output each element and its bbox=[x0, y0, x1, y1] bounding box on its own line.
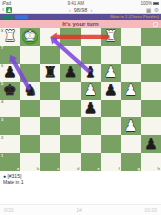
nav-bar: ‹ ♟ ‹ 98/98 › ▦ ⚙ bbox=[0, 6, 161, 14]
status-right: 100% bbox=[140, 1, 159, 6]
square-f3[interactable] bbox=[101, 117, 121, 135]
square-e4[interactable]: ♟ bbox=[81, 100, 101, 118]
rank-label-2: 2 bbox=[1, 136, 3, 140]
square-g2[interactable] bbox=[121, 135, 141, 153]
piece-white-pawn[interactable]: ♟ bbox=[84, 83, 97, 98]
file-label-f: f bbox=[118, 167, 119, 171]
square-a6[interactable]: 6♟ bbox=[0, 64, 20, 82]
puzzle-id: ● [#315] bbox=[0, 171, 161, 179]
square-f8[interactable]: ♜ bbox=[101, 28, 121, 46]
square-b2[interactable] bbox=[20, 135, 40, 153]
piece-white-pawn[interactable]: ♟ bbox=[124, 83, 137, 98]
square-b5[interactable]: ♞ bbox=[20, 82, 40, 100]
rank-label-4: 4 bbox=[1, 100, 3, 104]
square-h1[interactable]: h bbox=[141, 153, 161, 171]
timer: 00:00 bbox=[144, 207, 157, 213]
puzzle-counter: 98/98 bbox=[74, 7, 88, 13]
square-a2[interactable]: 2 bbox=[0, 135, 20, 153]
chess-board: 8♜♚♜76♟♜♟♝♟5♚♞♟♟♟4♟3♟2♟1abcdefgh bbox=[0, 28, 161, 171]
app-icon[interactable]: ♟ bbox=[6, 7, 12, 13]
square-f7[interactable] bbox=[101, 46, 121, 64]
square-h4[interactable] bbox=[141, 100, 161, 118]
square-f6[interactable]: ♟ bbox=[101, 64, 121, 82]
badge-teal[interactable] bbox=[2, 15, 13, 19]
square-g7[interactable] bbox=[121, 46, 141, 64]
square-h3[interactable] bbox=[141, 117, 161, 135]
puzzle-subtitle: Mate in 1 bbox=[0, 179, 161, 185]
square-d7[interactable] bbox=[60, 46, 80, 64]
square-b4[interactable] bbox=[20, 100, 40, 118]
bottom-status-bar: 0/20 1# 00:00 bbox=[0, 204, 161, 215]
square-h6[interactable] bbox=[141, 64, 161, 82]
file-label-c: c bbox=[57, 167, 59, 171]
piece-black-rook[interactable]: ♜ bbox=[44, 65, 57, 80]
square-a1[interactable]: 1a bbox=[0, 153, 20, 171]
file-label-a: a bbox=[17, 167, 19, 171]
square-d4[interactable] bbox=[60, 100, 80, 118]
square-e5[interactable]: ♟ bbox=[81, 82, 101, 100]
square-b1[interactable]: b bbox=[20, 153, 40, 171]
square-f2[interactable] bbox=[101, 135, 121, 153]
progress-counter: 0/20 bbox=[4, 207, 14, 213]
file-label-d: d bbox=[77, 167, 79, 171]
square-b6[interactable] bbox=[20, 64, 40, 82]
piece-black-pawn[interactable]: ♟ bbox=[64, 65, 77, 80]
square-d1[interactable]: d bbox=[60, 153, 80, 171]
piece-black-pawn[interactable]: ♟ bbox=[84, 101, 97, 116]
square-f4[interactable] bbox=[101, 100, 121, 118]
square-c3[interactable] bbox=[40, 117, 60, 135]
file-label-h: h bbox=[158, 167, 160, 171]
square-h7[interactable] bbox=[141, 46, 161, 64]
square-c4[interactable] bbox=[40, 100, 60, 118]
badge-blue[interactable] bbox=[15, 15, 28, 19]
square-c8[interactable] bbox=[40, 28, 60, 46]
square-e6[interactable]: ♝ bbox=[81, 64, 101, 82]
square-a4[interactable]: 4 bbox=[0, 100, 20, 118]
square-g6[interactable] bbox=[121, 64, 141, 82]
square-d5[interactable] bbox=[60, 82, 80, 100]
grid-icon[interactable]: ▦ bbox=[146, 7, 151, 13]
app-window: iPad 9:41 AM 100% ‹ ♟ ‹ 98/98 › ▦ ⚙ Mate… bbox=[0, 0, 161, 215]
piece-black-knight[interactable]: ♞ bbox=[23, 83, 36, 98]
rank-label-3: 3 bbox=[1, 118, 3, 122]
square-e3[interactable] bbox=[81, 117, 101, 135]
piece-black-bishop[interactable]: ♝ bbox=[84, 65, 97, 80]
mate-indicator: 1# bbox=[14, 207, 145, 213]
square-g4[interactable] bbox=[121, 100, 141, 118]
piece-white-king[interactable]: ♚ bbox=[23, 29, 36, 44]
square-e1[interactable]: e bbox=[81, 153, 101, 171]
square-e8[interactable] bbox=[81, 28, 101, 46]
square-c2[interactable] bbox=[40, 135, 60, 153]
file-label-e: e bbox=[97, 167, 99, 171]
square-a8[interactable]: 8♜ bbox=[0, 28, 20, 46]
square-a3[interactable]: 3 bbox=[0, 117, 20, 135]
piece-black-pawn[interactable]: ♟ bbox=[3, 65, 16, 80]
square-g1[interactable]: g bbox=[121, 153, 141, 171]
square-h8[interactable] bbox=[141, 28, 161, 46]
square-d6[interactable]: ♟ bbox=[60, 64, 80, 82]
square-g3[interactable]: ♟ bbox=[121, 117, 141, 135]
battery-icon bbox=[153, 2, 159, 5]
square-d3[interactable] bbox=[60, 117, 80, 135]
piece-white-pawn[interactable]: ♟ bbox=[104, 65, 117, 80]
square-d2[interactable] bbox=[60, 135, 80, 153]
gear-icon[interactable]: ⚙ bbox=[154, 7, 159, 13]
square-c6[interactable]: ♜ bbox=[40, 64, 60, 82]
back-button[interactable]: ‹ bbox=[2, 7, 4, 13]
piece-black-pawn[interactable]: ♟ bbox=[104, 83, 117, 98]
square-c7[interactable] bbox=[40, 46, 60, 64]
status-time: 9:41 AM bbox=[67, 1, 84, 6]
square-g8[interactable] bbox=[121, 28, 141, 46]
square-g5[interactable]: ♟ bbox=[121, 82, 141, 100]
footer: ● [#315] Mate in 1 0/20 1# 00:00 bbox=[0, 171, 161, 215]
square-d8[interactable] bbox=[60, 28, 80, 46]
square-f1[interactable]: f bbox=[101, 153, 121, 171]
rank-label-7: 7 bbox=[1, 46, 3, 50]
prev-puzzle-button[interactable]: ‹ bbox=[69, 7, 71, 13]
piece-black-pawn[interactable]: ♟ bbox=[144, 137, 157, 152]
status-left: iPad bbox=[2, 1, 11, 6]
square-h5[interactable] bbox=[141, 82, 161, 100]
square-b3[interactable] bbox=[20, 117, 40, 135]
square-b8[interactable]: ♚ bbox=[20, 28, 40, 46]
square-a7[interactable]: 7 bbox=[0, 46, 20, 64]
piece-white-rook[interactable]: ♜ bbox=[104, 29, 117, 44]
square-c1[interactable]: c bbox=[40, 153, 60, 171]
board-icon[interactable] bbox=[153, 22, 158, 27]
file-label-g: g bbox=[137, 167, 139, 171]
turn-text: It's your turn bbox=[62, 21, 98, 27]
square-h2[interactable]: ♟ bbox=[141, 135, 161, 153]
square-b7[interactable] bbox=[20, 46, 40, 64]
square-e7[interactable] bbox=[81, 46, 101, 64]
square-f5[interactable]: ♟ bbox=[101, 82, 121, 100]
piece-black-king[interactable]: ♚ bbox=[3, 83, 16, 98]
piece-white-rook[interactable]: ♜ bbox=[3, 29, 16, 44]
file-label-b: b bbox=[37, 167, 39, 171]
battery-percent: 100% bbox=[140, 1, 152, 6]
square-c5[interactable] bbox=[40, 82, 60, 100]
piece-white-pawn[interactable]: ♟ bbox=[124, 119, 137, 134]
square-a5[interactable]: 5♚ bbox=[0, 82, 20, 100]
rank-label-1: 1 bbox=[1, 154, 3, 158]
square-e2[interactable] bbox=[81, 135, 101, 153]
